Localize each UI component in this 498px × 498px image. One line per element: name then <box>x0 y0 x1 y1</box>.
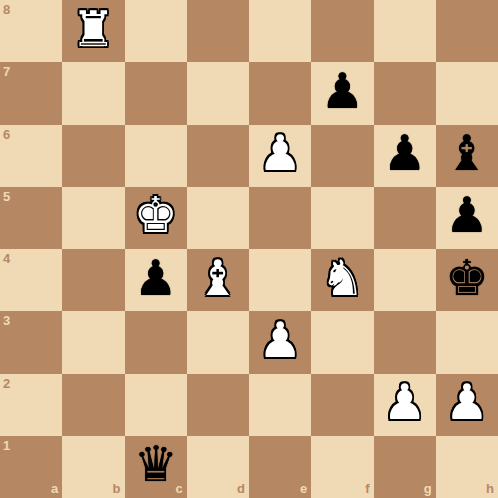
square-h6[interactable]: ♝ <box>436 125 498 187</box>
square-a2[interactable]: 2 <box>0 374 62 436</box>
white-bishop[interactable]: ♝ <box>196 254 240 303</box>
square-a7[interactable]: 7 <box>0 62 62 124</box>
square-e6[interactable]: ♟ <box>249 125 311 187</box>
white-rook[interactable]: ♜ <box>71 5 115 54</box>
file-label-f: f <box>365 482 369 495</box>
square-b7[interactable] <box>62 62 124 124</box>
rank-label-1: 1 <box>3 439 10 452</box>
square-a1[interactable]: 1a <box>0 436 62 498</box>
square-c8[interactable] <box>125 0 187 62</box>
white-pawn[interactable]: ♟ <box>383 378 427 427</box>
square-b5[interactable] <box>62 187 124 249</box>
white-king[interactable]: ♚ <box>134 191 178 240</box>
square-f8[interactable] <box>311 0 373 62</box>
square-f2[interactable] <box>311 374 373 436</box>
square-d6[interactable] <box>187 125 249 187</box>
white-knight[interactable]: ♞ <box>320 254 364 303</box>
square-b8[interactable]: ♜ <box>62 0 124 62</box>
rank-label-7: 7 <box>3 65 10 78</box>
square-a6[interactable]: 6 <box>0 125 62 187</box>
black-queen[interactable]: ♛ <box>134 440 178 489</box>
square-e5[interactable] <box>249 187 311 249</box>
square-c1[interactable]: c♛ <box>125 436 187 498</box>
square-c4[interactable]: ♟ <box>125 249 187 311</box>
square-g6[interactable]: ♟ <box>374 125 436 187</box>
black-bishop[interactable]: ♝ <box>445 129 489 178</box>
black-pawn[interactable]: ♟ <box>383 129 427 178</box>
chess-board: 8♜7♟6♟♟♝5♚♟4♟♝♞♚3♟2♟♟1abc♛defgh <box>0 0 498 498</box>
square-d3[interactable] <box>187 311 249 373</box>
square-c2[interactable] <box>125 374 187 436</box>
rank-label-5: 5 <box>3 190 10 203</box>
square-f1[interactable]: f <box>311 436 373 498</box>
black-pawn[interactable]: ♟ <box>320 67 364 116</box>
square-h5[interactable]: ♟ <box>436 187 498 249</box>
square-e2[interactable] <box>249 374 311 436</box>
square-e7[interactable] <box>249 62 311 124</box>
square-c5[interactable]: ♚ <box>125 187 187 249</box>
square-a5[interactable]: 5 <box>0 187 62 249</box>
white-pawn[interactable]: ♟ <box>258 316 302 365</box>
rank-label-2: 2 <box>3 377 10 390</box>
black-king[interactable]: ♚ <box>445 254 489 303</box>
square-b2[interactable] <box>62 374 124 436</box>
white-pawn[interactable]: ♟ <box>258 129 302 178</box>
black-pawn[interactable]: ♟ <box>134 254 178 303</box>
black-pawn[interactable]: ♟ <box>445 191 489 240</box>
square-h7[interactable] <box>436 62 498 124</box>
square-f3[interactable] <box>311 311 373 373</box>
square-h1[interactable]: h <box>436 436 498 498</box>
square-g2[interactable]: ♟ <box>374 374 436 436</box>
square-c6[interactable] <box>125 125 187 187</box>
square-a8[interactable]: 8 <box>0 0 62 62</box>
square-e1[interactable]: e <box>249 436 311 498</box>
square-b1[interactable]: b <box>62 436 124 498</box>
square-g7[interactable] <box>374 62 436 124</box>
square-d1[interactable]: d <box>187 436 249 498</box>
rank-label-8: 8 <box>3 3 10 16</box>
square-c3[interactable] <box>125 311 187 373</box>
file-label-d: d <box>237 482 245 495</box>
rank-label-6: 6 <box>3 128 10 141</box>
square-e4[interactable] <box>249 249 311 311</box>
square-d2[interactable] <box>187 374 249 436</box>
square-g5[interactable] <box>374 187 436 249</box>
file-label-a: a <box>51 482 58 495</box>
square-a3[interactable]: 3 <box>0 311 62 373</box>
square-d8[interactable] <box>187 0 249 62</box>
square-f6[interactable] <box>311 125 373 187</box>
square-h8[interactable] <box>436 0 498 62</box>
square-e3[interactable]: ♟ <box>249 311 311 373</box>
square-b4[interactable] <box>62 249 124 311</box>
rank-label-4: 4 <box>3 252 10 265</box>
square-g4[interactable] <box>374 249 436 311</box>
square-g8[interactable] <box>374 0 436 62</box>
square-d7[interactable] <box>187 62 249 124</box>
square-e8[interactable] <box>249 0 311 62</box>
white-pawn[interactable]: ♟ <box>445 378 489 427</box>
square-g3[interactable] <box>374 311 436 373</box>
square-h4[interactable]: ♚ <box>436 249 498 311</box>
square-b3[interactable] <box>62 311 124 373</box>
square-h2[interactable]: ♟ <box>436 374 498 436</box>
square-d4[interactable]: ♝ <box>187 249 249 311</box>
square-f5[interactable] <box>311 187 373 249</box>
square-f7[interactable]: ♟ <box>311 62 373 124</box>
square-h3[interactable] <box>436 311 498 373</box>
file-label-e: e <box>300 482 307 495</box>
square-c7[interactable] <box>125 62 187 124</box>
rank-label-3: 3 <box>3 314 10 327</box>
square-g1[interactable]: g <box>374 436 436 498</box>
file-label-b: b <box>113 482 121 495</box>
file-label-h: h <box>486 482 494 495</box>
square-f4[interactable]: ♞ <box>311 249 373 311</box>
square-d5[interactable] <box>187 187 249 249</box>
file-label-g: g <box>424 482 432 495</box>
square-a4[interactable]: 4 <box>0 249 62 311</box>
square-b6[interactable] <box>62 125 124 187</box>
